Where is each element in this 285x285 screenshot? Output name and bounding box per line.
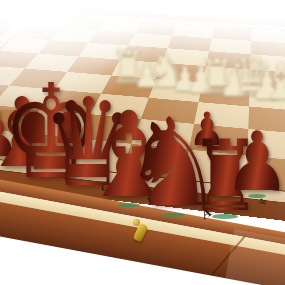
white-bishop: ♝ — [260, 57, 285, 107]
chess-set-photo: FEDCBA8 ♜♟♞♟♟♜♟♛♟♝ ♟♝♚♛♝♞♟♜♟ — [0, 0, 285, 285]
side-rail-highlight — [225, 229, 285, 285]
dark-pawn-right: ♟ — [224, 121, 285, 203]
